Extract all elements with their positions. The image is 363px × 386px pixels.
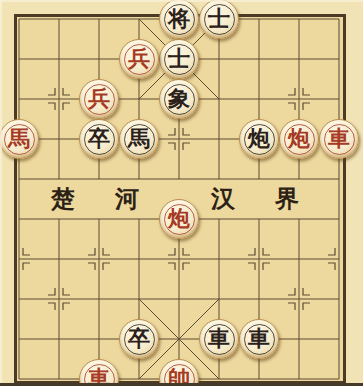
pieces-layer: 将士士兵象兵馬卒馬炮炮車炮卒車車車帥 xyxy=(0,0,363,386)
piece-glyph: 卒 xyxy=(128,328,150,350)
piece-glyph: 士 xyxy=(208,8,230,30)
piece-red-soldier-2[interactable]: 兵 xyxy=(79,79,119,119)
piece-glyph: 兵 xyxy=(128,48,150,70)
piece-glyph: 車 xyxy=(248,328,270,350)
piece-glyph: 卒 xyxy=(88,128,110,150)
piece-red-soldier-1[interactable]: 兵 xyxy=(119,39,159,79)
xiangqi-game-screen: 楚 河 汉 界 将士士兵象兵馬卒馬炮炮車炮卒車車車帥 xyxy=(0,0,363,386)
image-edge-left xyxy=(0,0,2,386)
piece-glyph: 兵 xyxy=(88,88,110,110)
image-edge-top xyxy=(0,0,363,2)
piece-black-chariot-2[interactable]: 車 xyxy=(239,319,279,359)
piece-glyph: 炮 xyxy=(168,208,190,230)
piece-glyph: 士 xyxy=(168,48,190,70)
piece-black-elephant[interactable]: 象 xyxy=(159,79,199,119)
piece-glyph: 車 xyxy=(208,328,230,350)
piece-red-chariot-1[interactable]: 車 xyxy=(319,119,359,159)
piece-glyph: 馬 xyxy=(128,128,150,150)
piece-red-general[interactable]: 帥 xyxy=(159,359,199,386)
piece-glyph: 炮 xyxy=(288,128,310,150)
piece-red-cannon-2[interactable]: 炮 xyxy=(159,199,199,239)
piece-black-soldier-1[interactable]: 卒 xyxy=(79,119,119,159)
piece-black-general[interactable]: 将 xyxy=(159,0,199,39)
piece-red-horse[interactable]: 馬 xyxy=(0,119,39,159)
piece-black-advisor-2[interactable]: 士 xyxy=(159,39,199,79)
piece-glyph: 馬 xyxy=(8,128,30,150)
piece-red-chariot-2[interactable]: 車 xyxy=(79,359,119,386)
piece-black-advisor-1[interactable]: 士 xyxy=(199,0,239,39)
piece-black-chariot-1[interactable]: 車 xyxy=(199,319,239,359)
piece-black-horse[interactable]: 馬 xyxy=(119,119,159,159)
piece-glyph: 将 xyxy=(168,8,190,30)
piece-black-cannon[interactable]: 炮 xyxy=(239,119,279,159)
piece-red-cannon-1[interactable]: 炮 xyxy=(279,119,319,159)
piece-glyph: 車 xyxy=(328,128,350,150)
piece-glyph: 炮 xyxy=(248,128,270,150)
piece-black-soldier-2[interactable]: 卒 xyxy=(119,319,159,359)
piece-glyph: 象 xyxy=(168,88,190,110)
